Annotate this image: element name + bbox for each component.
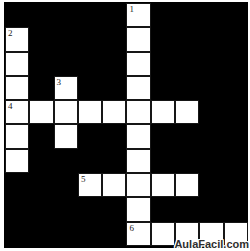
white-cell-r1c5[interactable] [126,27,150,51]
black-cell-r2c3 [78,52,102,76]
white-cell-r3c5[interactable] [126,76,150,100]
black-cell-r8c6 [151,197,175,221]
white-cell-r4c5[interactable] [126,100,150,124]
watermark-dash [156,243,173,245]
black-cell-r9c1 [29,222,53,246]
black-cell-r5c1 [29,124,53,148]
black-cell-r2c6 [151,52,175,76]
black-cell-r8c0 [5,197,29,221]
black-cell-r7c0 [5,173,29,197]
white-cell-r4c1[interactable] [29,100,53,124]
clue-number-1: 1 [129,4,134,14]
watermark-text: AulaFacil.com [174,238,249,250]
black-cell-r1c9 [224,27,248,51]
black-cell-r9c3 [78,222,102,246]
white-cell-r1c0[interactable]: 2 [5,27,29,51]
white-cell-r4c7[interactable] [175,100,199,124]
black-cell-r3c1 [29,76,53,100]
white-cell-r3c2[interactable]: 3 [54,76,78,100]
white-cell-r9c5[interactable]: 6 [126,222,150,246]
black-cell-r2c4 [102,52,126,76]
black-cell-r3c3 [78,76,102,100]
clue-number-2: 2 [8,28,13,38]
black-cell-r6c3 [78,149,102,173]
black-cell-r6c7 [175,149,199,173]
black-cell-r1c2 [54,27,78,51]
black-cell-r8c8 [199,197,223,221]
black-cell-r0c0 [5,3,29,27]
black-cell-r9c2 [54,222,78,246]
black-cell-r5c8 [199,124,223,148]
black-cell-r4c9 [224,100,248,124]
white-cell-r4c6[interactable] [151,100,175,124]
black-cell-r5c4 [102,124,126,148]
black-cell-r0c4 [102,3,126,27]
black-cell-r3c8 [199,76,223,100]
black-cell-r6c4 [102,149,126,173]
black-cell-r5c9 [224,124,248,148]
clue-number-3: 3 [57,77,62,87]
black-cell-r9c0 [5,222,29,246]
black-cell-r0c3 [78,3,102,27]
black-cell-r3c9 [224,76,248,100]
white-cell-r7c4[interactable] [102,173,126,197]
black-cell-r8c7 [175,197,199,221]
black-cell-r4c8 [199,100,223,124]
black-cell-r0c7 [175,3,199,27]
crossword-grid: 123456 [5,3,248,246]
black-cell-r5c7 [175,124,199,148]
white-cell-r8c5[interactable] [126,197,150,221]
black-cell-r0c9 [224,3,248,27]
black-cell-r8c2 [54,197,78,221]
black-cell-r6c9 [224,149,248,173]
crossword-page: 123456 AulaFacil.com [0,0,250,251]
black-cell-r6c1 [29,149,53,173]
black-cell-r8c4 [102,197,126,221]
white-cell-r7c5[interactable] [126,173,150,197]
white-cell-r5c5[interactable] [126,124,150,148]
black-cell-r7c8 [199,173,223,197]
white-cell-r3c0[interactable] [5,76,29,100]
clue-number-5: 5 [81,174,86,184]
black-cell-r1c6 [151,27,175,51]
white-cell-r7c7[interactable] [175,173,199,197]
black-cell-r3c4 [102,76,126,100]
black-cell-r6c2 [54,149,78,173]
white-cell-r6c0[interactable] [5,149,29,173]
black-cell-r1c3 [78,27,102,51]
white-cell-r7c3[interactable]: 5 [78,173,102,197]
black-cell-r1c4 [102,27,126,51]
black-cell-r8c3 [78,197,102,221]
black-cell-r2c9 [224,52,248,76]
black-cell-r7c2 [54,173,78,197]
white-cell-r5c2[interactable] [54,124,78,148]
white-cell-r6c5[interactable] [126,149,150,173]
black-cell-r3c6 [151,76,175,100]
black-cell-r0c6 [151,3,175,27]
black-cell-r5c6 [151,124,175,148]
black-cell-r2c7 [175,52,199,76]
white-cell-r2c0[interactable] [5,52,29,76]
white-cell-r4c0[interactable]: 4 [5,100,29,124]
clue-number-4: 4 [8,101,13,111]
black-cell-r2c8 [199,52,223,76]
black-cell-r3c7 [175,76,199,100]
white-cell-r0c5[interactable]: 1 [126,3,150,27]
clue-number-6: 6 [129,223,134,233]
black-cell-r6c8 [199,149,223,173]
black-cell-r1c7 [175,27,199,51]
crossword-board: 123456 [4,2,248,248]
white-cell-r4c3[interactable] [78,100,102,124]
black-cell-r1c8 [199,27,223,51]
black-cell-r5c3 [78,124,102,148]
watermark: AulaFacil.com [156,238,249,250]
black-cell-r1c1 [29,27,53,51]
black-cell-r2c1 [29,52,53,76]
black-cell-r6c6 [151,149,175,173]
black-cell-r8c1 [29,197,53,221]
black-cell-r2c2 [54,52,78,76]
black-cell-r7c1 [29,173,53,197]
white-cell-r2c5[interactable] [126,52,150,76]
white-cell-r5c0[interactable] [5,124,29,148]
white-cell-r4c4[interactable] [102,100,126,124]
white-cell-r4c2[interactable] [54,100,78,124]
black-cell-r0c8 [199,3,223,27]
black-cell-r0c1 [29,3,53,27]
black-cell-r0c2 [54,3,78,27]
black-cell-r7c9 [224,173,248,197]
black-cell-r8c9 [224,197,248,221]
white-cell-r7c6[interactable] [151,173,175,197]
black-cell-r9c4 [102,222,126,246]
